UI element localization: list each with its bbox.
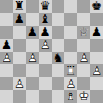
white-piece-outline-layer: ♗ (64, 90, 77, 103)
square-g3[interactable] (77, 64, 90, 77)
piece-white-pawn[interactable]: ♟♙ (0, 52, 13, 65)
square-g6[interactable]: ♛♕ (77, 26, 90, 39)
square-d1[interactable] (39, 90, 52, 103)
square-d5[interactable]: ♟♙ (39, 39, 52, 52)
square-b1[interactable] (13, 90, 26, 103)
square-c1[interactable] (26, 90, 39, 103)
square-f7[interactable] (64, 13, 77, 26)
piece-black-rook[interactable]: ♜ (13, 0, 26, 13)
piece-white-pawn[interactable]: ♟♙ (13, 77, 26, 90)
piece-white-king[interactable]: ♚♔ (77, 90, 90, 103)
white-piece-outline-layer: ♙ (64, 77, 77, 90)
square-b7[interactable]: ♟ (13, 13, 26, 26)
piece-black-pawn[interactable]: ♟ (13, 13, 26, 26)
piece-black-pawn[interactable]: ♟ (26, 26, 39, 39)
white-piece-outline-layer: ♔ (77, 90, 90, 103)
square-a8[interactable] (0, 0, 13, 13)
square-f8[interactable] (64, 0, 77, 13)
white-piece-outline-layer: ♖ (64, 64, 77, 77)
square-h6[interactable]: ♟ (90, 26, 103, 39)
square-c5[interactable] (26, 39, 39, 52)
square-f3[interactable]: ♜♖ (64, 64, 77, 77)
square-a5[interactable]: ♟ (0, 39, 13, 52)
square-g1[interactable]: ♚♔ (77, 90, 90, 103)
square-f2[interactable]: ♟♙ (64, 77, 77, 90)
square-f5[interactable] (64, 39, 77, 52)
square-c2[interactable] (26, 77, 39, 90)
white-piece-outline-layer: ♙ (90, 64, 103, 77)
square-a7[interactable] (0, 13, 13, 26)
piece-white-pawn[interactable]: ♟♙ (90, 64, 103, 77)
square-e3[interactable] (52, 64, 65, 77)
square-g5[interactable] (77, 39, 90, 52)
square-a6[interactable] (0, 26, 13, 39)
white-piece-outline-layer: ♙ (13, 77, 26, 90)
square-e2[interactable] (52, 77, 65, 90)
square-d7[interactable]: ♝ (39, 13, 52, 26)
piece-white-pawn[interactable]: ♟♙ (39, 39, 52, 52)
square-g4[interactable]: ♟♙ (77, 52, 90, 65)
square-f6[interactable] (64, 26, 77, 39)
piece-black-pawn[interactable]: ♟ (0, 39, 13, 52)
square-c3[interactable] (26, 64, 39, 77)
square-a3[interactable] (0, 64, 13, 77)
square-c6[interactable]: ♟ (26, 26, 39, 39)
square-b5[interactable] (13, 39, 26, 52)
square-d6[interactable]: ♟ (39, 26, 52, 39)
square-c7[interactable] (26, 13, 39, 26)
square-f1[interactable]: ♝♗ (64, 90, 77, 103)
square-f4[interactable] (64, 52, 77, 65)
piece-white-pawn[interactable]: ♟♙ (77, 52, 90, 65)
square-h5[interactable] (90, 39, 103, 52)
square-a1[interactable] (0, 90, 13, 103)
square-b2[interactable]: ♟♙ (13, 77, 26, 90)
square-g7[interactable] (77, 13, 90, 26)
square-b4[interactable] (13, 52, 26, 65)
piece-white-pawn[interactable]: ♟♙ (64, 77, 77, 90)
piece-black-pawn[interactable]: ♟ (90, 26, 103, 39)
square-a4[interactable]: ♟♙ (0, 52, 13, 65)
square-e7[interactable] (52, 13, 65, 26)
piece-white-pawn[interactable]: ♟♙ (26, 52, 39, 65)
piece-black-knight[interactable]: ♞ (52, 52, 65, 65)
square-h4[interactable] (90, 52, 103, 65)
square-h3[interactable]: ♟♙ (90, 64, 103, 77)
square-e6[interactable] (52, 26, 65, 39)
square-g2[interactable] (77, 77, 90, 90)
square-d2[interactable] (39, 77, 52, 90)
white-piece-outline-layer: ♙ (26, 52, 39, 65)
square-d8[interactable]: ♛ (39, 0, 52, 13)
square-c4[interactable]: ♟♙ (26, 52, 39, 65)
piece-white-bishop[interactable]: ♝♗ (64, 90, 77, 103)
white-piece-outline-layer: ♙ (77, 52, 90, 65)
piece-black-queen[interactable]: ♛ (39, 0, 52, 13)
piece-white-rook[interactable]: ♜♖ (64, 64, 77, 77)
chess-board: ♜♛♚♟♝♟♟♛♕♟♟♟♙♟♙♟♙♞♟♙♜♖♟♙♟♙♟♙♝♗♚♔ (0, 0, 103, 103)
square-h7[interactable] (90, 13, 103, 26)
square-d3[interactable] (39, 64, 52, 77)
square-h1[interactable] (90, 90, 103, 103)
piece-white-queen[interactable]: ♛♕ (77, 26, 90, 39)
square-e4[interactable]: ♞ (52, 52, 65, 65)
square-d4[interactable] (39, 52, 52, 65)
square-e1[interactable] (52, 90, 65, 103)
piece-black-bishop[interactable]: ♝ (39, 13, 52, 26)
square-g8[interactable] (77, 0, 90, 13)
white-piece-outline-layer: ♙ (0, 52, 13, 65)
square-e5[interactable] (52, 39, 65, 52)
piece-black-pawn[interactable]: ♟ (39, 26, 52, 39)
square-h2[interactable] (90, 77, 103, 90)
square-c8[interactable] (26, 0, 39, 13)
white-piece-outline-layer: ♙ (39, 39, 52, 52)
square-b6[interactable] (13, 26, 26, 39)
square-b8[interactable]: ♜ (13, 0, 26, 13)
piece-black-king[interactable]: ♚ (90, 0, 103, 13)
square-h8[interactable]: ♚ (90, 0, 103, 13)
square-a2[interactable] (0, 77, 13, 90)
square-b3[interactable] (13, 64, 26, 77)
white-piece-outline-layer: ♕ (77, 26, 90, 39)
square-e8[interactable] (52, 0, 65, 13)
